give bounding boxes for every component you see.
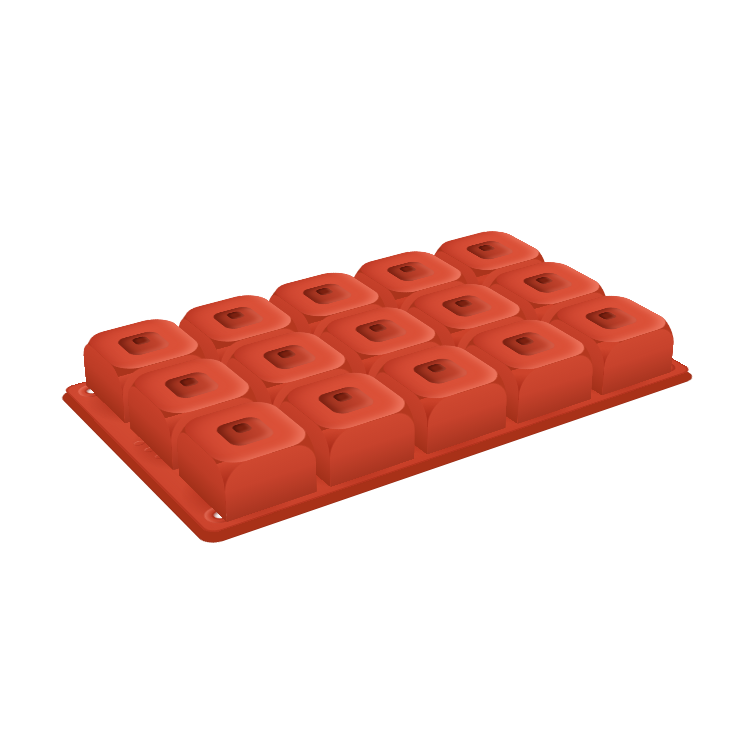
indent-inner-pit — [131, 336, 152, 346]
indent-inner-pit — [597, 311, 618, 320]
indent-inner-pit — [276, 349, 297, 359]
bump-square-indent — [212, 415, 277, 448]
bump-square-indent — [115, 330, 173, 357]
mold-flange — [62, 265, 693, 535]
indent-inner-pit — [426, 363, 448, 373]
bump-square-indent — [463, 240, 517, 261]
indent-inner-pit — [332, 391, 355, 402]
indent-inner-pit — [534, 276, 554, 284]
indent-inner-pit — [398, 265, 418, 273]
indent-inner-pit — [367, 323, 388, 332]
indent-inner-pit — [514, 336, 536, 346]
bump-square-indent — [314, 385, 378, 416]
bump-square-indent — [161, 370, 223, 400]
indent-inner-pit — [453, 299, 474, 308]
indent-inner-pit — [314, 287, 334, 295]
indent-inner-pit — [477, 244, 496, 252]
bump-square-indent — [352, 318, 411, 344]
bump-square-indent — [210, 305, 267, 330]
bump-square-indent — [383, 260, 438, 282]
indent-inner-pit — [226, 311, 246, 320]
bump-square-indent — [299, 282, 355, 306]
bump-square-indent — [581, 306, 641, 331]
product-photo-silicone-mold — [0, 0, 750, 750]
bump-square-indent — [498, 330, 559, 357]
bump-square-indent — [519, 271, 576, 294]
bump-square-indent — [438, 294, 496, 319]
bump-square-indent — [409, 357, 471, 386]
indent-inner-pit — [178, 377, 200, 388]
bump-square-indent — [259, 343, 319, 371]
indent-inner-pit — [231, 422, 254, 434]
